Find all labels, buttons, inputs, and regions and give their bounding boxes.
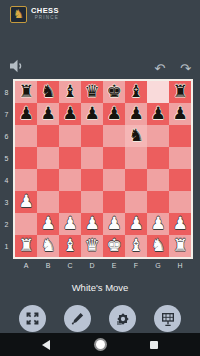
piece-white-king: ♚ bbox=[103, 235, 125, 257]
square-b2[interactable]: ♟ bbox=[37, 213, 59, 235]
board-zone: 87654321 ♜♞♝♛♚♝♜♟♟♟♟♟♟♟♟♞♟♟♟♟♟♟♟♟♜♞♝♛♚♝♞… bbox=[0, 79, 200, 259]
square-a5[interactable] bbox=[15, 147, 37, 169]
square-h5[interactable] bbox=[169, 147, 191, 169]
square-c3[interactable] bbox=[59, 191, 81, 213]
file-label: C bbox=[59, 261, 81, 270]
piece-black-bishop: ♝ bbox=[125, 81, 147, 103]
square-h2[interactable]: ♟ bbox=[169, 213, 191, 235]
square-c6[interactable] bbox=[59, 125, 81, 147]
piece-black-pawn: ♟ bbox=[169, 103, 191, 125]
piece-black-rook: ♜ bbox=[15, 81, 37, 103]
square-f7[interactable]: ♟ bbox=[125, 103, 147, 125]
square-a7[interactable]: ♟ bbox=[15, 103, 37, 125]
rank-label: 7 bbox=[0, 103, 13, 125]
square-b7[interactable]: ♟ bbox=[37, 103, 59, 125]
file-label: E bbox=[103, 261, 125, 270]
chess-board[interactable]: ♜♞♝♛♚♝♜♟♟♟♟♟♟♟♟♞♟♟♟♟♟♟♟♟♜♞♝♛♚♝♞♜ bbox=[13, 79, 193, 259]
piece-white-rook: ♜ bbox=[15, 235, 37, 257]
demo-board-icon bbox=[160, 311, 176, 327]
square-e3[interactable] bbox=[103, 191, 125, 213]
piece-black-pawn: ♟ bbox=[103, 103, 125, 125]
square-c2[interactable]: ♟ bbox=[59, 213, 81, 235]
square-d3[interactable] bbox=[81, 191, 103, 213]
square-e5[interactable] bbox=[103, 147, 125, 169]
square-e2[interactable]: ♟ bbox=[103, 213, 125, 235]
square-b1[interactable]: ♞ bbox=[37, 235, 59, 257]
square-f5[interactable] bbox=[125, 147, 147, 169]
fullscreen-button[interactable] bbox=[19, 305, 46, 332]
app-title: CHESS bbox=[31, 6, 59, 15]
square-b8[interactable]: ♞ bbox=[37, 81, 59, 103]
square-e4[interactable] bbox=[103, 169, 125, 191]
square-b5[interactable] bbox=[37, 147, 59, 169]
back-button[interactable] bbox=[42, 340, 50, 350]
home-button[interactable] bbox=[96, 340, 105, 349]
piece-white-pawn: ♟ bbox=[59, 213, 81, 235]
redo-icon[interactable]: ↷ bbox=[180, 62, 191, 75]
demo-board-button[interactable] bbox=[154, 305, 181, 332]
square-e6[interactable] bbox=[103, 125, 125, 147]
action-bar bbox=[0, 305, 200, 332]
piece-white-knight: ♞ bbox=[37, 235, 59, 257]
piece-black-pawn: ♟ bbox=[147, 103, 169, 125]
eyedropper-icon bbox=[70, 311, 85, 326]
square-f8[interactable]: ♝ bbox=[125, 81, 147, 103]
square-d8[interactable]: ♛ bbox=[81, 81, 103, 103]
piece-black-pawn: ♟ bbox=[37, 103, 59, 125]
piece-black-rook: ♜ bbox=[169, 81, 191, 103]
square-d1[interactable]: ♛ bbox=[81, 235, 103, 257]
piece-white-bishop: ♝ bbox=[59, 235, 81, 257]
square-a4[interactable] bbox=[15, 169, 37, 191]
square-e7[interactable]: ♟ bbox=[103, 103, 125, 125]
piece-black-knight: ♞ bbox=[37, 81, 59, 103]
piece-white-pawn: ♟ bbox=[147, 213, 169, 235]
square-f1[interactable]: ♝ bbox=[125, 235, 147, 257]
file-label: G bbox=[147, 261, 169, 270]
square-d4[interactable] bbox=[81, 169, 103, 191]
piece-black-queen: ♛ bbox=[81, 81, 103, 103]
settings-button[interactable] bbox=[109, 305, 136, 332]
square-d7[interactable]: ♟ bbox=[81, 103, 103, 125]
square-c7[interactable]: ♟ bbox=[59, 103, 81, 125]
square-d5[interactable] bbox=[81, 147, 103, 169]
square-a2[interactable] bbox=[15, 213, 37, 235]
square-g8[interactable] bbox=[147, 81, 169, 103]
file-label: F bbox=[125, 261, 147, 270]
gear-icon bbox=[115, 311, 131, 327]
rank-label: 1 bbox=[0, 235, 13, 257]
undo-icon[interactable]: ↶ bbox=[154, 62, 165, 75]
rank-label: 6 bbox=[0, 125, 13, 147]
square-h4[interactable] bbox=[169, 169, 191, 191]
square-f4[interactable] bbox=[125, 169, 147, 191]
square-g1[interactable]: ♞ bbox=[147, 235, 169, 257]
square-g5[interactable] bbox=[147, 147, 169, 169]
square-b4[interactable] bbox=[37, 169, 59, 191]
square-a3[interactable]: ♟ bbox=[15, 191, 37, 213]
square-f2[interactable]: ♟ bbox=[125, 213, 147, 235]
square-h6[interactable] bbox=[169, 125, 191, 147]
app-titles: CHESS PRINCE bbox=[31, 6, 59, 21]
square-a1[interactable]: ♜ bbox=[15, 235, 37, 257]
file-label: A bbox=[15, 261, 37, 270]
square-a6[interactable] bbox=[15, 125, 37, 147]
color-picker-button[interactable] bbox=[64, 305, 91, 332]
piece-black-pawn: ♟ bbox=[59, 103, 81, 125]
piece-white-knight: ♞ bbox=[147, 235, 169, 257]
piece-black-bishop: ♝ bbox=[59, 81, 81, 103]
square-f6[interactable]: ♞ bbox=[125, 125, 147, 147]
square-g3[interactable] bbox=[147, 191, 169, 213]
square-d6[interactable] bbox=[81, 125, 103, 147]
rank-label: 4 bbox=[0, 169, 13, 191]
square-b3[interactable] bbox=[37, 191, 59, 213]
square-e1[interactable]: ♚ bbox=[103, 235, 125, 257]
square-h1[interactable]: ♜ bbox=[169, 235, 191, 257]
piece-white-pawn: ♟ bbox=[103, 213, 125, 235]
square-d2[interactable]: ♟ bbox=[81, 213, 103, 235]
piece-white-rook: ♜ bbox=[169, 235, 191, 257]
square-g4[interactable] bbox=[147, 169, 169, 191]
chess-app-window: ♞ CHESS PRINCE ↶ ↷ 87654321 ♜♞♝♛♚♝♜♟♟♟♟♟… bbox=[0, 0, 200, 356]
volume-icon[interactable] bbox=[9, 59, 23, 77]
square-e8[interactable]: ♚ bbox=[103, 81, 125, 103]
piece-black-pawn: ♟ bbox=[81, 103, 103, 125]
file-label: H bbox=[169, 261, 191, 270]
square-h7[interactable]: ♟ bbox=[169, 103, 191, 125]
recents-button[interactable] bbox=[150, 341, 158, 349]
file-labels: ABCDEFGH bbox=[15, 261, 191, 270]
square-c1[interactable]: ♝ bbox=[59, 235, 81, 257]
rank-label: 5 bbox=[0, 147, 13, 169]
piece-white-bishop: ♝ bbox=[125, 235, 147, 257]
square-b6[interactable] bbox=[37, 125, 59, 147]
piece-white-pawn: ♟ bbox=[125, 213, 147, 235]
piece-black-knight: ♞ bbox=[125, 125, 147, 147]
piece-white-pawn: ♟ bbox=[81, 213, 103, 235]
square-h8[interactable]: ♜ bbox=[169, 81, 191, 103]
piece-black-pawn: ♟ bbox=[125, 103, 147, 125]
piece-black-king: ♚ bbox=[103, 81, 125, 103]
piece-white-pawn: ♟ bbox=[169, 213, 191, 235]
square-c4[interactable] bbox=[59, 169, 81, 191]
square-c8[interactable]: ♝ bbox=[59, 81, 81, 103]
fullscreen-icon bbox=[25, 311, 40, 326]
app-logo-knight-icon: ♞ bbox=[10, 6, 27, 23]
android-nav-bar bbox=[0, 333, 200, 356]
toolbar: ↶ ↷ bbox=[0, 60, 200, 76]
piece-black-pawn: ♟ bbox=[15, 103, 37, 125]
square-a8[interactable]: ♜ bbox=[15, 81, 37, 103]
rank-label: 2 bbox=[0, 213, 13, 235]
file-label: B bbox=[37, 261, 59, 270]
piece-white-pawn: ♟ bbox=[37, 213, 59, 235]
app-bar: ♞ CHESS PRINCE bbox=[0, 0, 200, 36]
square-h3[interactable] bbox=[169, 191, 191, 213]
piece-white-queen: ♛ bbox=[81, 235, 103, 257]
rank-label: 3 bbox=[0, 191, 13, 213]
turn-indicator: White's Move bbox=[0, 282, 200, 293]
rank-labels: 87654321 bbox=[0, 79, 13, 259]
square-g7[interactable]: ♟ bbox=[147, 103, 169, 125]
piece-white-pawn: ♟ bbox=[15, 191, 37, 213]
square-c5[interactable] bbox=[59, 147, 81, 169]
file-label: D bbox=[81, 261, 103, 270]
square-g6[interactable] bbox=[147, 125, 169, 147]
rank-label: 8 bbox=[0, 81, 13, 103]
app-subtitle: PRINCE bbox=[31, 15, 59, 21]
square-f3[interactable] bbox=[125, 191, 147, 213]
square-g2[interactable]: ♟ bbox=[147, 213, 169, 235]
